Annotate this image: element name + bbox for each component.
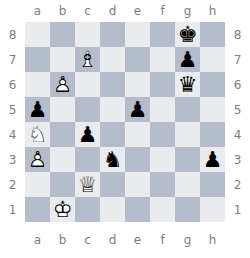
square-f7[interactable]	[150, 47, 175, 72]
piece-white-bishop[interactable]: ♝♗	[75, 47, 100, 72]
square-h3[interactable]: ♟	[200, 147, 225, 172]
square-a3[interactable]: ♟♙	[25, 147, 50, 172]
chess-board-widget: abcdefgh 87654321 ♚♝♗♟♟♙♛♟♟♞♘♟♟♙♞♟♛♕♚♔ 8…	[0, 0, 250, 258]
piece-black-pawn[interactable]: ♟	[75, 122, 100, 147]
piece-white-knight[interactable]: ♞♘	[25, 122, 50, 147]
square-h6[interactable]	[200, 72, 225, 97]
file-label-h: h	[200, 0, 225, 22]
file-label-f: f	[150, 222, 175, 258]
file-label-d: d	[100, 222, 125, 258]
square-b8[interactable]	[50, 22, 75, 47]
square-f5[interactable]	[150, 97, 175, 122]
square-e6[interactable]	[125, 72, 150, 97]
file-label-e: e	[125, 0, 150, 22]
square-d4[interactable]	[100, 122, 125, 147]
square-f1[interactable]	[150, 197, 175, 222]
square-c6[interactable]	[75, 72, 100, 97]
rank-label-2: 2	[0, 172, 25, 197]
square-g4[interactable]	[175, 122, 200, 147]
piece-outline: ♙	[50, 72, 75, 97]
square-e8[interactable]	[125, 22, 150, 47]
chess-board: ♚♝♗♟♟♙♛♟♟♞♘♟♟♙♞♟♛♕♚♔	[25, 22, 225, 222]
square-e5[interactable]: ♟	[125, 97, 150, 122]
square-b2[interactable]	[50, 172, 75, 197]
square-d3[interactable]: ♞	[100, 147, 125, 172]
square-e3[interactable]	[125, 147, 150, 172]
file-label-a: a	[25, 222, 50, 258]
square-h5[interactable]	[200, 97, 225, 122]
rank-label-1: 1	[0, 197, 25, 222]
square-b1[interactable]: ♚♔	[50, 197, 75, 222]
square-b6[interactable]: ♟♙	[50, 72, 75, 97]
file-labels-bottom: abcdefgh	[25, 222, 225, 258]
square-d2[interactable]	[100, 172, 125, 197]
square-c4[interactable]: ♟	[75, 122, 100, 147]
piece-outline: ♘	[25, 122, 50, 147]
square-c3[interactable]	[75, 147, 100, 172]
square-a8[interactable]	[25, 22, 50, 47]
file-label-f: f	[150, 0, 175, 22]
rank-label-8: 8	[225, 22, 250, 47]
rank-label-6: 6	[0, 72, 25, 97]
piece-outline: ♙	[25, 147, 50, 172]
file-label-b: b	[50, 222, 75, 258]
file-label-g: g	[175, 222, 200, 258]
square-a4[interactable]: ♞♘	[25, 122, 50, 147]
square-e2[interactable]	[125, 172, 150, 197]
piece-white-king[interactable]: ♚♔	[50, 197, 75, 222]
piece-black-pawn[interactable]: ♟	[200, 147, 225, 172]
rank-label-4: 4	[225, 122, 250, 147]
rank-label-8: 8	[0, 22, 25, 47]
square-e4[interactable]	[125, 122, 150, 147]
square-b5[interactable]	[50, 97, 75, 122]
square-a2[interactable]	[25, 172, 50, 197]
square-h1[interactable]	[200, 197, 225, 222]
rank-labels-left: 87654321	[0, 22, 25, 222]
square-g3[interactable]	[175, 147, 200, 172]
square-g2[interactable]	[175, 172, 200, 197]
piece-black-pawn[interactable]: ♟	[125, 97, 150, 122]
square-a6[interactable]	[25, 72, 50, 97]
file-label-c: c	[75, 0, 100, 22]
square-g7[interactable]: ♟	[175, 47, 200, 72]
square-b4[interactable]	[50, 122, 75, 147]
square-g1[interactable]	[175, 197, 200, 222]
square-c5[interactable]	[75, 97, 100, 122]
square-g8[interactable]: ♚	[175, 22, 200, 47]
file-label-d: d	[100, 0, 125, 22]
square-d5[interactable]	[100, 97, 125, 122]
square-g6[interactable]: ♛	[175, 72, 200, 97]
square-d1[interactable]	[100, 197, 125, 222]
square-c7[interactable]: ♝♗	[75, 47, 100, 72]
square-f3[interactable]	[150, 147, 175, 172]
square-h4[interactable]	[200, 122, 225, 147]
rank-label-7: 7	[0, 47, 25, 72]
square-d7[interactable]	[100, 47, 125, 72]
square-b3[interactable]	[50, 147, 75, 172]
square-e1[interactable]	[125, 197, 150, 222]
file-label-c: c	[75, 222, 100, 258]
piece-outline: ♔	[50, 197, 75, 222]
piece-outline: ♗	[75, 47, 100, 72]
square-e7[interactable]	[125, 47, 150, 72]
rank-labels-right: 87654321	[225, 22, 250, 222]
piece-black-king[interactable]: ♚	[175, 22, 200, 47]
file-label-b: b	[50, 0, 75, 22]
piece-black-pawn[interactable]: ♟	[25, 97, 50, 122]
square-g5[interactable]	[175, 97, 200, 122]
file-label-e: e	[125, 222, 150, 258]
square-b7[interactable]	[50, 47, 75, 72]
piece-black-queen[interactable]: ♛	[175, 72, 200, 97]
piece-white-pawn[interactable]: ♟♙	[50, 72, 75, 97]
rank-label-4: 4	[0, 122, 25, 147]
piece-white-pawn[interactable]: ♟♙	[25, 147, 50, 172]
square-h8[interactable]	[200, 22, 225, 47]
square-c2[interactable]: ♛♕	[75, 172, 100, 197]
square-f6[interactable]	[150, 72, 175, 97]
rank-label-3: 3	[0, 147, 25, 172]
rank-label-3: 3	[225, 147, 250, 172]
square-d8[interactable]	[100, 22, 125, 47]
file-label-h: h	[200, 222, 225, 258]
piece-black-knight[interactable]: ♞	[100, 147, 125, 172]
square-f4[interactable]	[150, 122, 175, 147]
square-h7[interactable]	[200, 47, 225, 72]
file-label-a: a	[25, 0, 50, 22]
square-c8[interactable]	[75, 22, 100, 47]
file-label-g: g	[175, 0, 200, 22]
square-h2[interactable]	[200, 172, 225, 197]
rank-label-2: 2	[225, 172, 250, 197]
rank-label-1: 1	[225, 197, 250, 222]
piece-outline: ♕	[75, 172, 100, 197]
rank-label-6: 6	[225, 72, 250, 97]
rank-label-5: 5	[0, 97, 25, 122]
square-d6[interactable]	[100, 72, 125, 97]
square-a1[interactable]	[25, 197, 50, 222]
rank-label-5: 5	[225, 97, 250, 122]
square-c1[interactable]	[75, 197, 100, 222]
square-f8[interactable]	[150, 22, 175, 47]
piece-white-queen[interactable]: ♛♕	[75, 172, 100, 197]
square-f2[interactable]	[150, 172, 175, 197]
file-labels-top: abcdefgh	[25, 0, 225, 22]
rank-label-7: 7	[225, 47, 250, 72]
square-a7[interactable]	[25, 47, 50, 72]
piece-black-pawn[interactable]: ♟	[175, 47, 200, 72]
square-a5[interactable]: ♟	[25, 97, 50, 122]
